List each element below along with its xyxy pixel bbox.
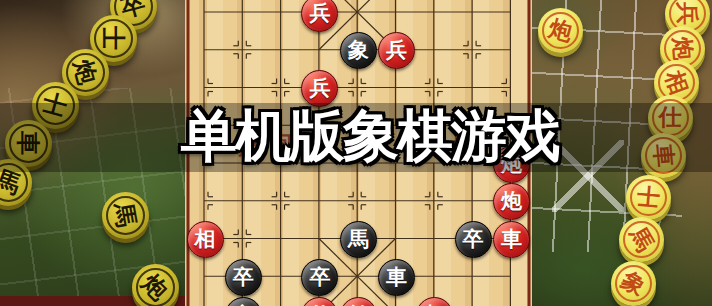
xiangqi-piece-red-相[interactable]: 相 — [187, 221, 224, 258]
xiangqi-piece-black-車[interactable]: 車 — [378, 259, 415, 296]
disc-character: 象 — [617, 267, 648, 298]
xiangqi-piece-black-卒[interactable]: 卒 — [301, 259, 338, 296]
xiangqi-piece-red-炮[interactable]: 炮 — [493, 183, 530, 220]
xiangqi-piece-red-車[interactable]: 車 — [493, 221, 530, 258]
disc-character: 士 — [101, 26, 125, 50]
disc-character: 炮 — [70, 57, 99, 86]
xiangqi-piece-black-馬[interactable]: 馬 — [340, 221, 377, 258]
photo-chess-disc-馬: 馬 — [619, 217, 664, 262]
photo-chess-disc-士: 士 — [626, 175, 671, 220]
disc-character: 相 — [661, 67, 690, 96]
xiangqi-piece-red-兵[interactable]: 兵 — [378, 32, 415, 69]
photo-chess-disc-馬: 馬 — [102, 192, 149, 239]
page-title: 单机版象棋游戏 — [181, 99, 559, 175]
disc-character: 馬 — [111, 201, 139, 229]
disc-character: 炮 — [138, 270, 172, 304]
disc-character: 炮 — [546, 16, 574, 44]
xiangqi-piece-black-卒[interactable]: 卒 — [455, 221, 492, 258]
disc-character: 炮 — [670, 36, 695, 61]
xiangqi-piece-black-象[interactable]: 象 — [340, 32, 377, 69]
photo-chess-disc-象: 象 — [611, 261, 656, 306]
disc-character: 士 — [636, 185, 661, 210]
xiangqi-piece-black-卒[interactable]: 卒 — [225, 259, 262, 296]
disc-character: 兵 — [676, 2, 699, 25]
disc-character: 馬 — [625, 223, 656, 254]
photo-chess-disc-炮: 炮 — [538, 8, 583, 53]
photo-chess-disc-炮: 炮 — [132, 264, 179, 306]
screenshot-stage: 楚河 漢界 兵象兵兵炮炮相馬卒車卒卒車卒仕帥相 卒士炮士車馬馬炮炮兵炮相仕車士馬… — [0, 0, 712, 306]
